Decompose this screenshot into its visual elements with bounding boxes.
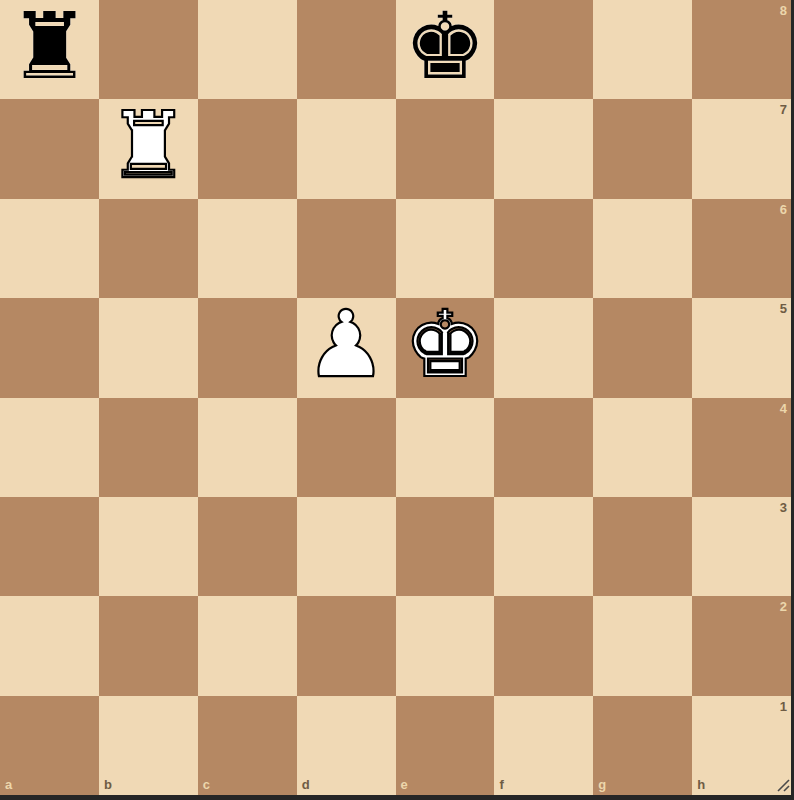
square-h7[interactable]: 7: [692, 99, 791, 198]
file-label: g: [598, 778, 606, 791]
square-f5[interactable]: [494, 298, 593, 397]
square-e5[interactable]: ♚: [396, 298, 495, 397]
square-a7[interactable]: [0, 99, 99, 198]
square-c1[interactable]: c: [198, 696, 297, 795]
square-b5[interactable]: [99, 298, 198, 397]
square-f7[interactable]: [494, 99, 593, 198]
square-c7[interactable]: [198, 99, 297, 198]
square-g7[interactable]: [593, 99, 692, 198]
square-h3[interactable]: 3: [692, 497, 791, 596]
square-d1[interactable]: d: [297, 696, 396, 795]
square-b4[interactable]: [99, 398, 198, 497]
file-label: f: [499, 778, 503, 791]
square-d8[interactable]: [297, 0, 396, 99]
square-a4[interactable]: [0, 398, 99, 497]
square-g6[interactable]: [593, 199, 692, 298]
square-g5[interactable]: [593, 298, 692, 397]
square-c3[interactable]: [198, 497, 297, 596]
file-label: e: [401, 778, 408, 791]
piece-white-pawn[interactable]: ♟: [305, 299, 387, 391]
rank-label: 8: [780, 4, 787, 17]
square-c8[interactable]: [198, 0, 297, 99]
square-d6[interactable]: [297, 199, 396, 298]
piece-white-rook[interactable]: ♜: [107, 100, 189, 192]
square-a8[interactable]: ♜: [0, 0, 99, 99]
square-a6[interactable]: [0, 199, 99, 298]
square-f3[interactable]: [494, 497, 593, 596]
square-b7[interactable]: ♜: [99, 99, 198, 198]
piece-white-king[interactable]: ♚: [404, 299, 486, 391]
square-d2[interactable]: [297, 596, 396, 695]
rank-label: 1: [780, 700, 787, 713]
rank-label: 7: [780, 103, 787, 116]
square-e2[interactable]: [396, 596, 495, 695]
square-b1[interactable]: b: [99, 696, 198, 795]
square-a1[interactable]: a: [0, 696, 99, 795]
square-h4[interactable]: 4: [692, 398, 791, 497]
square-e3[interactable]: [396, 497, 495, 596]
square-g1[interactable]: g: [593, 696, 692, 795]
square-f6[interactable]: [494, 199, 593, 298]
rank-label: 4: [780, 402, 787, 415]
square-b8[interactable]: [99, 0, 198, 99]
square-d5[interactable]: ♟: [297, 298, 396, 397]
square-g4[interactable]: [593, 398, 692, 497]
file-label: d: [302, 778, 310, 791]
square-b3[interactable]: [99, 497, 198, 596]
square-h8[interactable]: 8: [692, 0, 791, 99]
square-a5[interactable]: [0, 298, 99, 397]
square-f8[interactable]: [494, 0, 593, 99]
square-h5[interactable]: 5: [692, 298, 791, 397]
square-e6[interactable]: [396, 199, 495, 298]
square-e8[interactable]: ♚: [396, 0, 495, 99]
square-b2[interactable]: [99, 596, 198, 695]
square-c6[interactable]: [198, 199, 297, 298]
square-d3[interactable]: [297, 497, 396, 596]
square-d4[interactable]: [297, 398, 396, 497]
square-h6[interactable]: 6: [692, 199, 791, 298]
square-f1[interactable]: f: [494, 696, 593, 795]
square-c5[interactable]: [198, 298, 297, 397]
square-c4[interactable]: [198, 398, 297, 497]
file-label: c: [203, 778, 210, 791]
piece-black-rook[interactable]: ♜: [8, 1, 90, 93]
square-b6[interactable]: [99, 199, 198, 298]
square-g3[interactable]: [593, 497, 692, 596]
square-g8[interactable]: [593, 0, 692, 99]
square-g2[interactable]: [593, 596, 692, 695]
app-window: ♜♚8♜76♟♚5432abcdefg1h: [0, 0, 794, 800]
piece-black-king[interactable]: ♚: [404, 1, 486, 93]
square-a2[interactable]: [0, 596, 99, 695]
file-label: h: [697, 778, 705, 791]
rank-label: 3: [780, 501, 787, 514]
rank-label: 6: [780, 203, 787, 216]
file-label: b: [104, 778, 112, 791]
square-e1[interactable]: e: [396, 696, 495, 795]
rank-label: 2: [780, 600, 787, 613]
square-f4[interactable]: [494, 398, 593, 497]
square-a3[interactable]: [0, 497, 99, 596]
square-e4[interactable]: [396, 398, 495, 497]
square-d7[interactable]: [297, 99, 396, 198]
rank-label: 5: [780, 302, 787, 315]
square-h2[interactable]: 2: [692, 596, 791, 695]
square-c2[interactable]: [198, 596, 297, 695]
file-label: a: [5, 778, 12, 791]
square-e7[interactable]: [396, 99, 495, 198]
square-f2[interactable]: [494, 596, 593, 695]
resize-grip-icon[interactable]: [776, 778, 791, 793]
chess-board: ♜♚8♜76♟♚5432abcdefg1h: [0, 0, 791, 795]
